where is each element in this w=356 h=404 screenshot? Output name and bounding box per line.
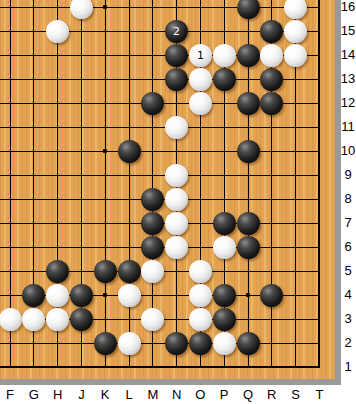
stone-white-L2[interactable] bbox=[118, 332, 141, 355]
stone-black-Q6[interactable] bbox=[237, 236, 260, 259]
grid-line-horizontal-1 bbox=[0, 366, 320, 368]
stone-white-M5[interactable] bbox=[141, 260, 164, 283]
stone-white-M3[interactable] bbox=[141, 308, 164, 331]
coordinate-rank-12: 12 bbox=[340, 95, 356, 111]
coordinate-rank-8: 8 bbox=[340, 191, 356, 207]
stone-white-R14[interactable] bbox=[260, 44, 283, 67]
stone-black-Q7[interactable] bbox=[237, 212, 260, 235]
stone-white-S14[interactable] bbox=[284, 44, 307, 67]
stone-black-N13[interactable] bbox=[165, 68, 188, 91]
stone-black-Q12[interactable] bbox=[237, 92, 260, 115]
stone-black-R15[interactable] bbox=[260, 20, 283, 43]
coordinate-rank-15: 15 bbox=[340, 23, 356, 39]
move-number-label-2: 2 bbox=[165, 20, 188, 43]
coordinate-rank-13: 13 bbox=[340, 71, 356, 87]
stone-black-R13[interactable] bbox=[260, 68, 283, 91]
stone-black-K2[interactable] bbox=[94, 332, 117, 355]
grid-line-horizontal-11 bbox=[0, 127, 320, 128]
stone-black-R12[interactable] bbox=[260, 92, 283, 115]
stone-white-O13[interactable] bbox=[189, 68, 212, 91]
stone-white-N6[interactable] bbox=[165, 236, 188, 259]
coordinate-rank-2: 2 bbox=[340, 335, 356, 351]
star-point-K4 bbox=[103, 293, 107, 297]
stone-white-P6[interactable] bbox=[213, 236, 236, 259]
stone-black-K5[interactable] bbox=[94, 260, 117, 283]
stone-black-Q16[interactable] bbox=[237, 0, 260, 19]
coordinate-file-R: R bbox=[264, 386, 280, 403]
stone-white-F3[interactable] bbox=[0, 308, 22, 331]
coordinate-file-J: J bbox=[73, 386, 89, 403]
star-point-K10 bbox=[103, 149, 107, 153]
stone-black-M6[interactable] bbox=[141, 236, 164, 259]
stone-white-G3[interactable] bbox=[22, 308, 45, 331]
coordinate-rank-11: 11 bbox=[340, 119, 356, 135]
coordinate-rank-10: 10 bbox=[340, 143, 356, 159]
stone-black-P7[interactable] bbox=[213, 212, 236, 235]
stone-black-P13[interactable] bbox=[213, 68, 236, 91]
coordinate-rank-6: 6 bbox=[340, 239, 356, 255]
coordinate-rank-9: 9 bbox=[340, 167, 356, 183]
coordinate-rank-14: 14 bbox=[340, 47, 356, 63]
stone-white-N8[interactable] bbox=[165, 188, 188, 211]
coordinate-file-G: G bbox=[26, 386, 42, 403]
stone-black-Q2[interactable] bbox=[237, 332, 260, 355]
stone-black-G4[interactable] bbox=[22, 284, 45, 307]
star-point-Q4 bbox=[246, 293, 250, 297]
coordinate-rank-5: 5 bbox=[340, 263, 356, 279]
coordinate-file-L: L bbox=[121, 386, 137, 403]
coordinate-rank-3: 3 bbox=[340, 311, 356, 327]
stone-black-P3[interactable] bbox=[213, 308, 236, 331]
stone-white-H4[interactable] bbox=[46, 284, 69, 307]
coordinate-file-Q: Q bbox=[240, 386, 256, 403]
stone-black-O2[interactable] bbox=[189, 332, 212, 355]
stone-black-Q10[interactable] bbox=[237, 140, 260, 163]
stone-black-P4[interactable] bbox=[213, 284, 236, 307]
stone-white-P2[interactable] bbox=[213, 332, 236, 355]
coordinate-file-K: K bbox=[97, 386, 113, 403]
move-number-label-1: 1 bbox=[189, 44, 212, 67]
coordinate-file-O: O bbox=[192, 386, 208, 403]
stone-black-N14[interactable] bbox=[165, 44, 188, 67]
stone-black-M7[interactable] bbox=[141, 212, 164, 235]
coordinate-rank-4: 4 bbox=[340, 287, 356, 303]
stone-white-J16[interactable] bbox=[70, 0, 93, 19]
grid-line-horizontal-2 bbox=[0, 343, 320, 344]
go-diagram: 21 FGHJKLMNOPQRST16151413121110987654321 bbox=[0, 0, 356, 404]
stone-black-N2[interactable] bbox=[165, 332, 188, 355]
stone-white-P14[interactable] bbox=[213, 44, 236, 67]
coordinate-rank-1: 1 bbox=[340, 359, 356, 375]
stone-white-O14[interactable]: 1 bbox=[189, 44, 212, 67]
coordinate-file-H: H bbox=[50, 386, 66, 403]
stone-black-Q14[interactable] bbox=[237, 44, 260, 67]
grid-line-horizontal-16 bbox=[0, 7, 320, 8]
coordinate-rank-16: 16 bbox=[340, 0, 356, 15]
stone-black-J4[interactable] bbox=[70, 284, 93, 307]
coordinate-file-F: F bbox=[2, 386, 18, 403]
stone-black-M12[interactable] bbox=[141, 92, 164, 115]
stone-white-L4[interactable] bbox=[118, 284, 141, 307]
coordinate-file-N: N bbox=[169, 386, 185, 403]
stone-black-L5[interactable] bbox=[118, 260, 141, 283]
stone-black-M8[interactable] bbox=[141, 188, 164, 211]
coordinate-file-T: T bbox=[311, 386, 327, 403]
grid-line-horizontal-10 bbox=[0, 151, 320, 152]
stone-white-S15[interactable] bbox=[284, 20, 307, 43]
stone-white-H3[interactable] bbox=[46, 308, 69, 331]
stone-white-O3[interactable] bbox=[189, 308, 212, 331]
stone-black-H5[interactable] bbox=[46, 260, 69, 283]
stone-black-J3[interactable] bbox=[70, 308, 93, 331]
star-point-K16 bbox=[103, 5, 107, 9]
stone-black-R4[interactable] bbox=[260, 284, 283, 307]
coordinate-file-P: P bbox=[216, 386, 232, 403]
stone-black-N15[interactable]: 2 bbox=[165, 20, 188, 43]
stone-white-H15[interactable] bbox=[46, 20, 69, 43]
stone-white-N7[interactable] bbox=[165, 212, 188, 235]
stone-black-L10[interactable] bbox=[118, 140, 141, 163]
stone-white-N11[interactable] bbox=[165, 116, 188, 139]
coordinate-file-M: M bbox=[145, 386, 161, 403]
stone-white-O12[interactable] bbox=[189, 92, 212, 115]
stone-white-O4[interactable] bbox=[189, 284, 212, 307]
coordinate-file-S: S bbox=[288, 386, 304, 403]
stone-white-N9[interactable] bbox=[165, 164, 188, 187]
grid-line-horizontal-9 bbox=[0, 175, 320, 176]
coordinate-rank-7: 7 bbox=[340, 215, 356, 231]
stone-white-O5[interactable] bbox=[189, 260, 212, 283]
